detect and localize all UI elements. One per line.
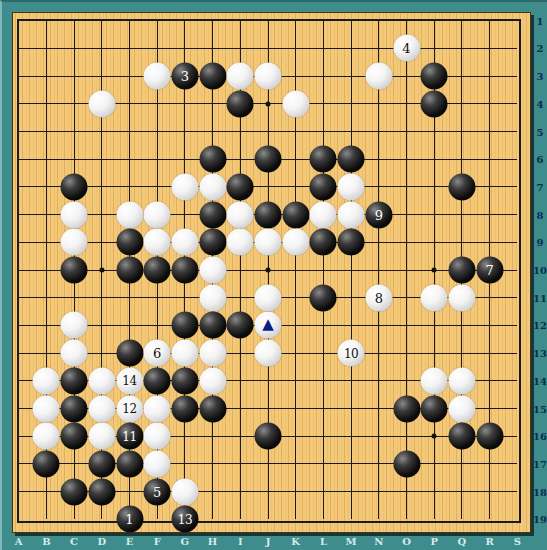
black-stone-G10 bbox=[171, 257, 198, 284]
grid-line-vertical bbox=[406, 21, 407, 520]
row-label-6: 6 bbox=[530, 154, 547, 165]
white-stone-J9 bbox=[255, 229, 282, 256]
move-number-label: 7 bbox=[485, 264, 493, 277]
white-stone-P14 bbox=[421, 367, 448, 394]
row-label-19: 19 bbox=[530, 514, 547, 525]
white-stone-G7 bbox=[171, 173, 198, 200]
column-label-O: O bbox=[402, 536, 411, 547]
black-stone-G3: 3 bbox=[171, 63, 198, 90]
column-label-K: K bbox=[291, 536, 300, 547]
row-label-15: 15 bbox=[530, 403, 547, 414]
column-label-F: F bbox=[154, 536, 161, 547]
row-label-17: 17 bbox=[530, 458, 547, 469]
column-label-R: R bbox=[485, 536, 493, 547]
white-stone-I3 bbox=[227, 63, 254, 90]
column-label-M: M bbox=[346, 536, 357, 547]
white-stone-F15 bbox=[144, 395, 171, 422]
black-stone-H15 bbox=[199, 395, 226, 422]
black-stone-L9 bbox=[310, 229, 337, 256]
row-label-9: 9 bbox=[530, 237, 547, 248]
star-point bbox=[266, 268, 271, 273]
move-number-label: 13 bbox=[178, 513, 192, 525]
black-stone-C18 bbox=[61, 478, 88, 505]
black-stone-F10 bbox=[144, 257, 171, 284]
grid-line-vertical bbox=[323, 21, 324, 520]
column-label-E: E bbox=[126, 536, 134, 547]
black-stone-D18 bbox=[88, 478, 115, 505]
black-stone-C15 bbox=[61, 395, 88, 422]
black-stone-G19: 13 bbox=[171, 506, 198, 533]
white-stone-G9 bbox=[171, 229, 198, 256]
row-label-2: 2 bbox=[530, 43, 547, 54]
move-number-label: 4 bbox=[402, 42, 410, 55]
column-label-A: A bbox=[15, 536, 23, 547]
black-stone-M9 bbox=[338, 229, 365, 256]
black-stone-J6 bbox=[255, 146, 282, 173]
black-stone-L7 bbox=[310, 173, 337, 200]
black-stone-B17 bbox=[33, 450, 60, 477]
white-stone-J3 bbox=[255, 63, 282, 90]
white-stone-H7 bbox=[199, 173, 226, 200]
go-diagram-window: 43978▲6101412115113 ABCDEFGHIJKLMNOPQRS … bbox=[0, 0, 547, 550]
black-stone-H9 bbox=[199, 229, 226, 256]
black-stone-Q10 bbox=[448, 257, 475, 284]
column-label-I: I bbox=[238, 536, 243, 547]
black-stone-I4 bbox=[227, 90, 254, 117]
black-stone-J16 bbox=[255, 423, 282, 450]
row-label-16: 16 bbox=[530, 431, 547, 442]
black-stone-P3 bbox=[421, 63, 448, 90]
row-label-14: 14 bbox=[530, 375, 547, 386]
white-stone-G13 bbox=[171, 340, 198, 367]
black-stone-E19: 1 bbox=[116, 506, 143, 533]
star-point bbox=[266, 101, 271, 106]
black-stone-I12 bbox=[227, 312, 254, 339]
row-label-5: 5 bbox=[530, 126, 547, 137]
white-stone-Q14 bbox=[448, 367, 475, 394]
move-number-label: 1 bbox=[125, 513, 133, 526]
black-stone-C14 bbox=[61, 367, 88, 394]
row-label-1: 1 bbox=[530, 15, 547, 26]
white-stone-D4 bbox=[88, 90, 115, 117]
black-stone-H12 bbox=[199, 312, 226, 339]
white-stone-D15 bbox=[88, 395, 115, 422]
white-stone-I9 bbox=[227, 229, 254, 256]
black-stone-O15 bbox=[393, 395, 420, 422]
column-label-D: D bbox=[97, 536, 106, 547]
row-label-4: 4 bbox=[530, 98, 547, 109]
move-number-label: 9 bbox=[375, 208, 383, 221]
white-stone-J11 bbox=[255, 284, 282, 311]
black-stone-R10: 7 bbox=[476, 257, 503, 284]
black-stone-M6 bbox=[338, 146, 365, 173]
black-stone-R16 bbox=[476, 423, 503, 450]
column-label-L: L bbox=[320, 536, 327, 547]
white-stone-N11: 8 bbox=[365, 284, 392, 311]
row-label-3: 3 bbox=[530, 71, 547, 82]
black-stone-C16 bbox=[61, 423, 88, 450]
white-stone-E14: 14 bbox=[116, 367, 143, 394]
row-label-10: 10 bbox=[530, 265, 547, 276]
column-label-G: G bbox=[181, 536, 190, 547]
white-stone-M8 bbox=[338, 201, 365, 228]
column-label-C: C bbox=[70, 536, 78, 547]
white-stone-F9 bbox=[144, 229, 171, 256]
black-stone-L6 bbox=[310, 146, 337, 173]
black-stone-C7 bbox=[61, 173, 88, 200]
row-label-11: 11 bbox=[530, 292, 547, 303]
star-point bbox=[432, 268, 437, 273]
white-stone-E15: 12 bbox=[116, 395, 143, 422]
black-stone-H6 bbox=[199, 146, 226, 173]
black-stone-E17 bbox=[116, 450, 143, 477]
move-number-label: 6 bbox=[153, 347, 161, 360]
column-label-S: S bbox=[514, 536, 521, 547]
white-stone-G18 bbox=[171, 478, 198, 505]
black-stone-K8 bbox=[282, 201, 309, 228]
black-stone-L11 bbox=[310, 284, 337, 311]
move-number-label: 3 bbox=[181, 70, 189, 83]
black-stone-G15 bbox=[171, 395, 198, 422]
row-label-13: 13 bbox=[530, 348, 547, 359]
white-stone-D16 bbox=[88, 423, 115, 450]
grid-line-vertical bbox=[378, 21, 379, 520]
black-stone-G14 bbox=[171, 367, 198, 394]
white-stone-M13: 10 bbox=[338, 340, 365, 367]
white-stone-H13 bbox=[199, 340, 226, 367]
black-stone-F18: 5 bbox=[144, 478, 171, 505]
white-stone-N3 bbox=[365, 63, 392, 90]
black-stone-I7 bbox=[227, 173, 254, 200]
white-stone-P11 bbox=[421, 284, 448, 311]
white-stone-K4 bbox=[282, 90, 309, 117]
row-label-12: 12 bbox=[530, 320, 547, 331]
move-number-label: 12 bbox=[122, 403, 136, 415]
column-label-B: B bbox=[42, 536, 50, 547]
white-stone-F8 bbox=[144, 201, 171, 228]
move-number-label: 5 bbox=[153, 485, 161, 498]
black-stone-N8: 9 bbox=[365, 201, 392, 228]
column-label-H: H bbox=[208, 536, 217, 547]
black-stone-Q16 bbox=[448, 423, 475, 450]
row-label-8: 8 bbox=[530, 209, 547, 220]
white-stone-H10 bbox=[199, 257, 226, 284]
black-stone-E10 bbox=[116, 257, 143, 284]
column-label-J: J bbox=[266, 536, 271, 547]
triangle-marker-icon: ▲ bbox=[262, 317, 274, 332]
white-stone-D14 bbox=[88, 367, 115, 394]
white-stone-H14 bbox=[199, 367, 226, 394]
black-stone-E9 bbox=[116, 229, 143, 256]
column-label-P: P bbox=[430, 536, 438, 547]
white-stone-F16 bbox=[144, 423, 171, 450]
black-stone-P4 bbox=[421, 90, 448, 117]
white-stone-I8 bbox=[227, 201, 254, 228]
white-stone-F3 bbox=[144, 63, 171, 90]
black-stone-P15 bbox=[421, 395, 448, 422]
white-stone-B16 bbox=[33, 423, 60, 450]
white-stone-H11 bbox=[199, 284, 226, 311]
column-label-Q: Q bbox=[458, 536, 467, 547]
row-label-18: 18 bbox=[530, 486, 547, 497]
white-stone-B14 bbox=[33, 367, 60, 394]
black-stone-H3 bbox=[199, 63, 226, 90]
white-stone-C13 bbox=[61, 340, 88, 367]
black-stone-G12 bbox=[171, 312, 198, 339]
white-stone-J12: ▲ bbox=[255, 312, 282, 339]
row-label-7: 7 bbox=[530, 181, 547, 192]
white-stone-Q11 bbox=[448, 284, 475, 311]
white-stone-E8 bbox=[116, 201, 143, 228]
white-stone-C9 bbox=[61, 229, 88, 256]
black-stone-E13 bbox=[116, 340, 143, 367]
black-stone-C10 bbox=[61, 257, 88, 284]
white-stone-F13: 6 bbox=[144, 340, 171, 367]
white-stone-C8 bbox=[61, 201, 88, 228]
white-stone-Q15 bbox=[448, 395, 475, 422]
move-number-label: 11 bbox=[122, 430, 136, 442]
column-label-N: N bbox=[374, 536, 383, 547]
white-stone-K9 bbox=[282, 229, 309, 256]
move-number-label: 8 bbox=[375, 291, 383, 304]
grid-line-vertical bbox=[351, 21, 352, 520]
white-stone-C12 bbox=[61, 312, 88, 339]
white-stone-O2: 4 bbox=[393, 35, 420, 62]
white-stone-F17 bbox=[144, 450, 171, 477]
black-stone-J8 bbox=[255, 201, 282, 228]
black-stone-O17 bbox=[393, 450, 420, 477]
star-point bbox=[99, 268, 104, 273]
white-stone-M7 bbox=[338, 173, 365, 200]
black-stone-F14 bbox=[144, 367, 171, 394]
star-point bbox=[432, 434, 437, 439]
black-stone-H8 bbox=[199, 201, 226, 228]
black-stone-Q7 bbox=[448, 173, 475, 200]
white-stone-B15 bbox=[33, 395, 60, 422]
move-number-label: 14 bbox=[122, 375, 136, 387]
move-number-label: 10 bbox=[344, 347, 358, 359]
black-stone-E16: 11 bbox=[116, 423, 143, 450]
white-stone-L8 bbox=[310, 201, 337, 228]
white-stone-J13 bbox=[255, 340, 282, 367]
black-stone-D17 bbox=[88, 450, 115, 477]
